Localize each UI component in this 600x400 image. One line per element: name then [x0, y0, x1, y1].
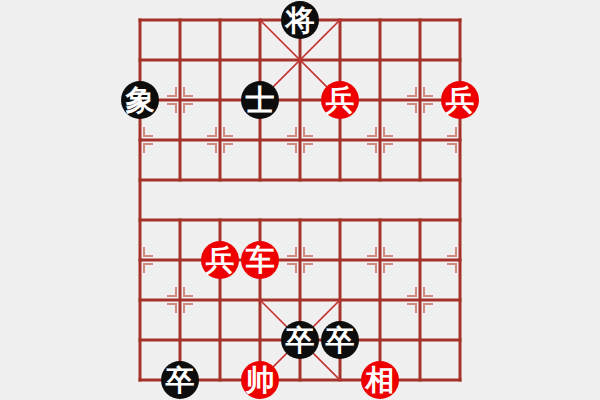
piece-black-advisor[interactable]: 士 — [241, 81, 279, 119]
piece-black-soldier-3[interactable]: 卒 — [161, 361, 199, 399]
piece-black-soldier-2[interactable]: 卒 — [321, 321, 359, 359]
piece-red-general[interactable]: 帅 — [241, 361, 279, 399]
piece-black-soldier-1[interactable]: 卒 — [281, 321, 319, 359]
piece-red-soldier-2[interactable]: 兵 — [441, 81, 479, 119]
piece-red-soldier-1[interactable]: 兵 — [321, 81, 359, 119]
xiangqi-board[interactable]: 将象士兵兵兵车卒卒卒帅相 — [0, 0, 600, 400]
piece-red-chariot[interactable]: 车 — [241, 241, 279, 279]
piece-red-soldier-3[interactable]: 兵 — [201, 241, 239, 279]
piece-red-elephant[interactable]: 相 — [361, 361, 399, 399]
pieces-layer: 将象士兵兵兵车卒卒卒帅相 — [0, 0, 600, 400]
xiangqi-app: 将象士兵兵兵车卒卒卒帅相 — [0, 0, 600, 400]
piece-black-general[interactable]: 将 — [281, 1, 319, 39]
piece-black-elephant[interactable]: 象 — [121, 81, 159, 119]
